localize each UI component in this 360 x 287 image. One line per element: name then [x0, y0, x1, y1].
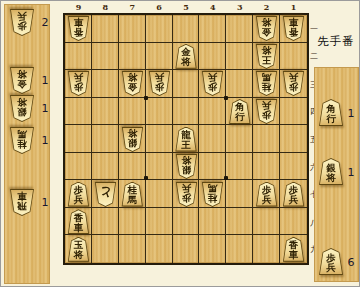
board-square-8四[interactable] [92, 98, 119, 126]
board-square-6二[interactable] [146, 43, 173, 71]
piece-kanji: 王 将 [262, 45, 272, 65]
file-label-8: 8 [92, 2, 119, 12]
board-square-1五[interactable] [280, 125, 307, 153]
board-square-3八[interactable] [226, 208, 253, 236]
piece-kanji: 龍 王 [181, 130, 191, 150]
board-square-9六[interactable] [65, 153, 92, 181]
piece-kanji: と [99, 187, 111, 199]
board-square-5九[interactable] [173, 235, 200, 263]
board-square-2六[interactable] [253, 153, 280, 181]
board-square-1四[interactable] [280, 98, 307, 126]
board-piece-gote-2三[interactable]: 桂 馬 [255, 71, 278, 96]
piece-kanji: 香 車 [74, 18, 84, 38]
board-square-5四[interactable] [173, 98, 200, 126]
rank-label-1: 一 [308, 24, 320, 34]
gote-hand-count-5: 1 [39, 196, 51, 209]
piece-kanji: 金 将 [17, 70, 27, 90]
rank-label-2: 二 [308, 51, 320, 61]
gote-hand-count-2: 1 [39, 74, 51, 87]
board-square-5一[interactable] [173, 15, 200, 43]
piece-kanji: 歩 兵 [181, 183, 191, 203]
gote-hand-count-1: 2 [39, 16, 51, 29]
star-point [224, 176, 228, 180]
board-square-3一[interactable] [226, 15, 253, 43]
board-square-4六[interactable] [199, 153, 226, 181]
board-piece-gote-7三[interactable]: 金 将 [121, 71, 144, 96]
board-square-1六[interactable] [280, 153, 307, 181]
star-point [144, 96, 148, 100]
piece-kanji: 歩 兵 [154, 73, 164, 93]
piece-kanji: 角 行 [326, 104, 336, 124]
piece-kanji: 桂 馬 [208, 183, 218, 203]
board-square-8三[interactable] [92, 70, 119, 98]
piece-kanji: 歩 兵 [262, 185, 272, 205]
board-piece-sente-1七[interactable]: 歩 兵 [282, 182, 305, 207]
board-piece-gote-8七[interactable]: と [94, 182, 117, 207]
sente-hand-piece-3[interactable]: 歩 兵 [318, 248, 344, 275]
board-square-9二[interactable] [65, 43, 92, 71]
board-square-3九[interactable] [226, 235, 253, 263]
sente-to-move-label: 先手番 [313, 34, 359, 49]
board-square-3三[interactable] [226, 70, 253, 98]
board-piece-gote-6三[interactable]: 歩 兵 [148, 71, 171, 96]
board-square-2五[interactable] [253, 125, 280, 153]
piece-kanji: 銀 将 [181, 156, 191, 176]
board-square-6四[interactable] [146, 98, 173, 126]
board-piece-sente-9七[interactable]: 歩 兵 [67, 182, 90, 207]
piece-kanji: 玉 将 [74, 240, 84, 260]
board-square-8六[interactable] [92, 153, 119, 181]
board-piece-gote-2四[interactable]: 歩 兵 [255, 99, 278, 124]
file-label-2: 2 [253, 2, 280, 12]
board-square-7二[interactable] [119, 43, 146, 71]
gote-hand-piece-2[interactable]: 金 将 [9, 67, 35, 94]
board-square-7八[interactable] [119, 208, 146, 236]
board-square-8二[interactable] [92, 43, 119, 71]
board-piece-gote-9三[interactable]: 歩 兵 [67, 71, 90, 96]
sente-hand-count-1: 1 [345, 107, 357, 120]
board-square-8一[interactable] [92, 15, 119, 43]
piece-kanji: 歩 兵 [17, 12, 27, 32]
board-piece-sente-2七[interactable]: 歩 兵 [255, 182, 278, 207]
board-square-2九[interactable] [253, 235, 280, 263]
file-label-6: 6 [146, 2, 173, 12]
piece-kanji: 飛 車 [17, 192, 27, 212]
piece-kanji: 金 将 [262, 18, 272, 38]
board-piece-gote-5六[interactable]: 銀 将 [175, 154, 198, 179]
board-square-7九[interactable] [119, 235, 146, 263]
gote-hand-count-4: 1 [39, 134, 51, 147]
file-label-3: 3 [226, 2, 253, 12]
piece-kanji: 銀 将 [127, 128, 137, 148]
file-label-9: 9 [65, 2, 92, 12]
piece-kanji: 歩 兵 [289, 73, 299, 93]
board-square-9四[interactable] [65, 98, 92, 126]
board-square-4八[interactable] [199, 208, 226, 236]
gote-hand-piece-4[interactable]: 桂 馬 [9, 127, 35, 154]
gote-hand-piece-3[interactable]: 銀 将 [9, 95, 35, 122]
board-piece-gote-1一[interactable]: 香 車 [282, 16, 305, 41]
board-piece-gote-2一[interactable]: 金 将 [255, 16, 278, 41]
board-piece-gote-2二[interactable]: 王 将 [255, 44, 278, 69]
star-point [144, 176, 148, 180]
piece-kanji: 香 車 [289, 18, 299, 38]
board-square-8八[interactable] [92, 208, 119, 236]
board-piece-gote-4三[interactable]: 歩 兵 [201, 71, 224, 96]
board-square-2八[interactable] [253, 208, 280, 236]
board-square-4四[interactable] [199, 98, 226, 126]
piece-kanji: 角 行 [235, 102, 245, 122]
piece-kanji: 歩 兵 [74, 185, 84, 205]
board-piece-gote-5七[interactable]: 歩 兵 [175, 182, 198, 207]
board-square-3七[interactable] [226, 180, 253, 208]
board-piece-sente-5二[interactable]: 金 将 [175, 44, 198, 69]
sente-hand-count-3: 6 [345, 256, 357, 269]
piece-kanji: 歩 兵 [208, 73, 218, 93]
piece-kanji: 歩 兵 [74, 73, 84, 93]
board-square-5八[interactable] [173, 208, 200, 236]
board-square-6八[interactable] [146, 208, 173, 236]
piece-kanji: 歩 兵 [289, 185, 299, 205]
board-square-4二[interactable] [199, 43, 226, 71]
sente-hand-count-2: 1 [345, 166, 357, 179]
board-piece-sente-3四[interactable]: 角 行 [228, 99, 251, 124]
board-square-1二[interactable] [280, 43, 307, 71]
board-square-5三[interactable] [173, 70, 200, 98]
board-square-8五[interactable] [92, 125, 119, 153]
piece-kanji: 香 車 [289, 240, 299, 260]
board-square-3五[interactable] [226, 125, 253, 153]
board-square-3二[interactable] [226, 43, 253, 71]
gote-hand-piece-1[interactable]: 歩 兵 [9, 9, 35, 36]
gote-hand-piece-5[interactable]: 飛 車 [9, 189, 35, 216]
board-square-9五[interactable] [65, 125, 92, 153]
board-square-6六[interactable] [146, 153, 173, 181]
board-square-6七[interactable] [146, 180, 173, 208]
piece-kanji: 香 車 [74, 213, 84, 233]
gote-hand-count-3: 1 [39, 102, 51, 115]
board-square-8九[interactable] [92, 235, 119, 263]
file-label-5: 5 [173, 2, 200, 12]
board-piece-gote-7五[interactable]: 銀 将 [121, 127, 144, 152]
board-piece-sente-9八[interactable]: 香 車 [67, 209, 90, 234]
board-square-4九[interactable] [199, 235, 226, 263]
board-piece-gote-1三[interactable]: 歩 兵 [282, 71, 305, 96]
board-piece-sente-1九[interactable]: 香 車 [282, 237, 305, 262]
board-square-7四[interactable] [119, 98, 146, 126]
board-piece-sente-9九[interactable]: 玉 将 [67, 237, 90, 262]
board-piece-gote-9一[interactable]: 香 車 [67, 16, 90, 41]
piece-kanji: 銀 将 [17, 98, 27, 118]
piece-kanji: 桂 馬 [127, 185, 137, 205]
board-square-3六[interactable] [226, 153, 253, 181]
shogi-app: 987654321 一二三四五六七八九 先手番 香 車金 将香 車王 将金 将歩… [0, 0, 360, 287]
board-square-1八[interactable] [280, 208, 307, 236]
board-piece-gote-4七[interactable]: 桂 馬 [201, 182, 224, 207]
sente-hand-piece-1[interactable]: 角 行 [318, 99, 344, 126]
file-label-4: 4 [199, 2, 226, 12]
piece-kanji: 金 将 [127, 73, 137, 93]
board-square-4一[interactable] [199, 15, 226, 43]
piece-kanji: 歩 兵 [262, 100, 272, 120]
piece-kanji: 歩 兵 [326, 253, 336, 273]
piece-kanji: 桂 馬 [262, 73, 272, 93]
piece-kanji: 金 将 [181, 47, 191, 67]
file-label-1: 1 [280, 2, 307, 12]
piece-kanji: 桂 馬 [17, 130, 27, 150]
board-piece-sente-7七[interactable]: 桂 馬 [121, 182, 144, 207]
board-square-6一[interactable] [146, 15, 173, 43]
board-square-6九[interactable] [146, 235, 173, 263]
board-square-7六[interactable] [119, 153, 146, 181]
piece-kanji: 銀 将 [326, 163, 336, 183]
board-square-6五[interactable] [146, 125, 173, 153]
file-label-7: 7 [119, 2, 146, 12]
board-piece-sente-5五[interactable]: 龍 王 [175, 127, 198, 152]
board-square-7一[interactable] [119, 15, 146, 43]
board-square-4五[interactable] [199, 125, 226, 153]
sente-hand-piece-2[interactable]: 銀 将 [318, 158, 344, 185]
